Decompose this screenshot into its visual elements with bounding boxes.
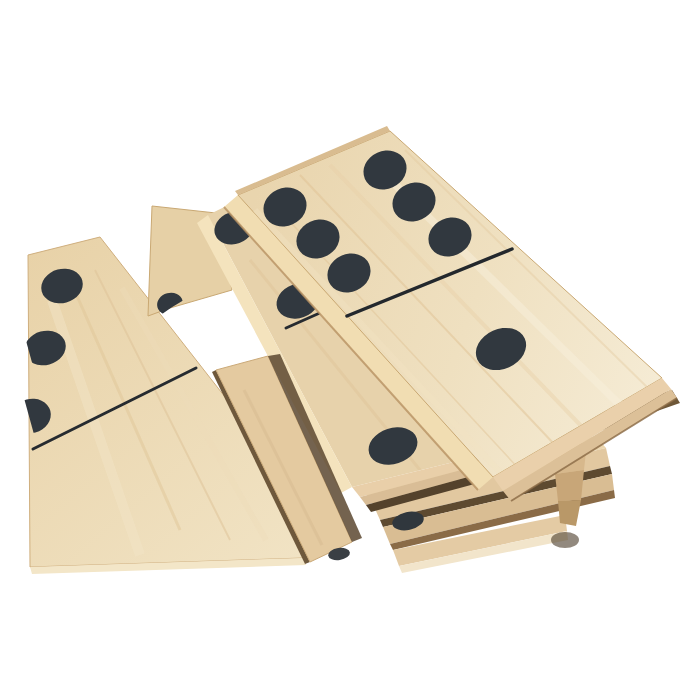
right-piece-2-end xyxy=(555,470,584,501)
stack-shadow-right xyxy=(551,532,579,548)
right-piece-3-end xyxy=(558,500,581,526)
domino-pile-scene xyxy=(0,0,700,700)
domino-pile-photo xyxy=(0,0,700,700)
